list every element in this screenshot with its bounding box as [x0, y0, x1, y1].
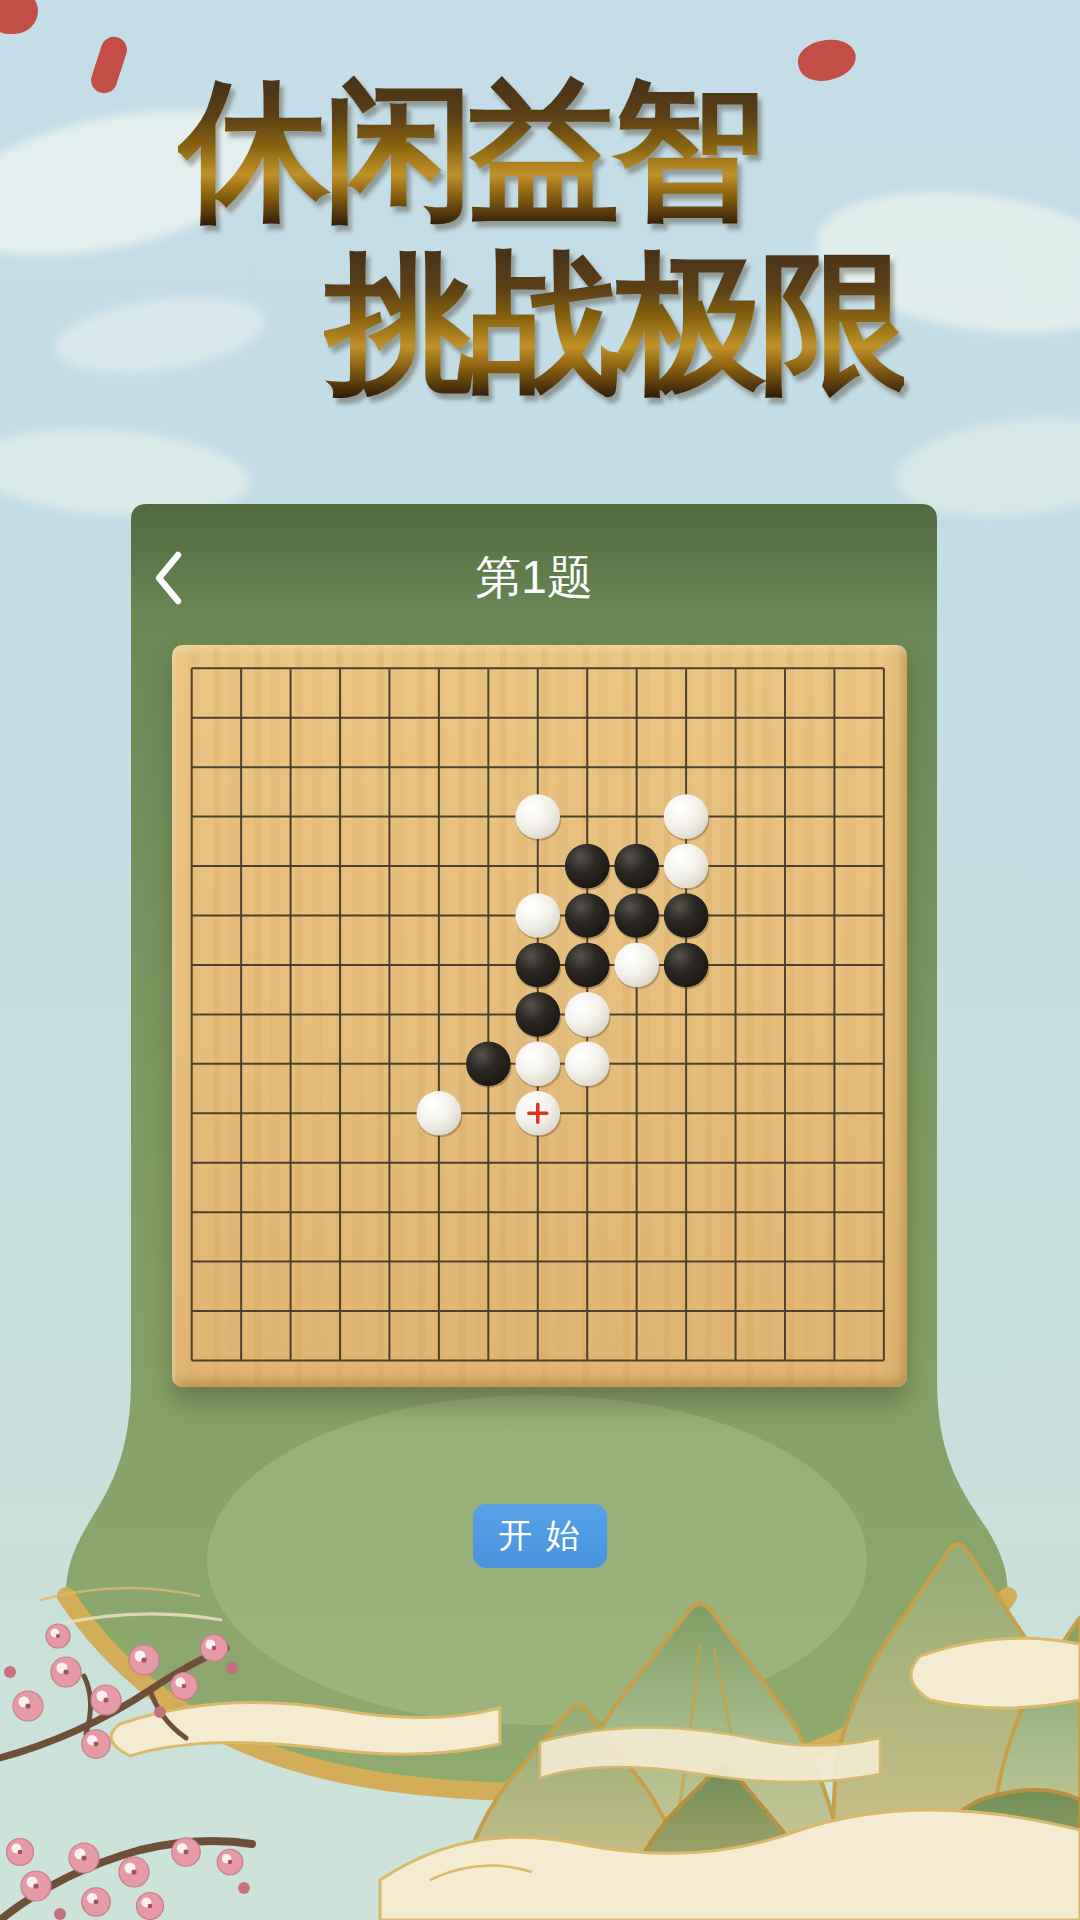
mist-art: [111, 1703, 500, 1756]
page-title: 第1题: [131, 552, 937, 602]
plum-branch-art: [0, 1841, 252, 1920]
mountain-art: [986, 1618, 1080, 1920]
plum-blossom-art: [4, 1624, 238, 1758]
mist-art: [380, 1810, 1080, 1920]
mist-art: [540, 1727, 880, 1782]
mountain-art: [880, 1790, 1080, 1920]
mountain-art: [452, 1705, 694, 1920]
mountain-art: [548, 1604, 852, 1920]
red-ornament: [88, 33, 131, 96]
app-screen: 休闲益智 挑战极限 第1题: [0, 0, 1080, 1920]
red-ornament: [794, 34, 860, 87]
banner-title-line1: 休闲益智: [178, 74, 758, 226]
mountain-art: [828, 1544, 1080, 1920]
plum-blossom-art: [7, 1838, 251, 1920]
banner-title-line2: 挑战极限: [324, 246, 904, 398]
cloud-swirl: [51, 286, 269, 385]
gomoku-board-svg: [172, 645, 907, 1387]
plum-branch-art: [0, 1648, 226, 1758]
game-board[interactable]: [172, 645, 907, 1387]
red-ornament: [0, 0, 38, 34]
mountain-art: [614, 1766, 826, 1920]
start-button[interactable]: 开 始: [473, 1504, 607, 1568]
mist-art: [911, 1638, 1080, 1708]
